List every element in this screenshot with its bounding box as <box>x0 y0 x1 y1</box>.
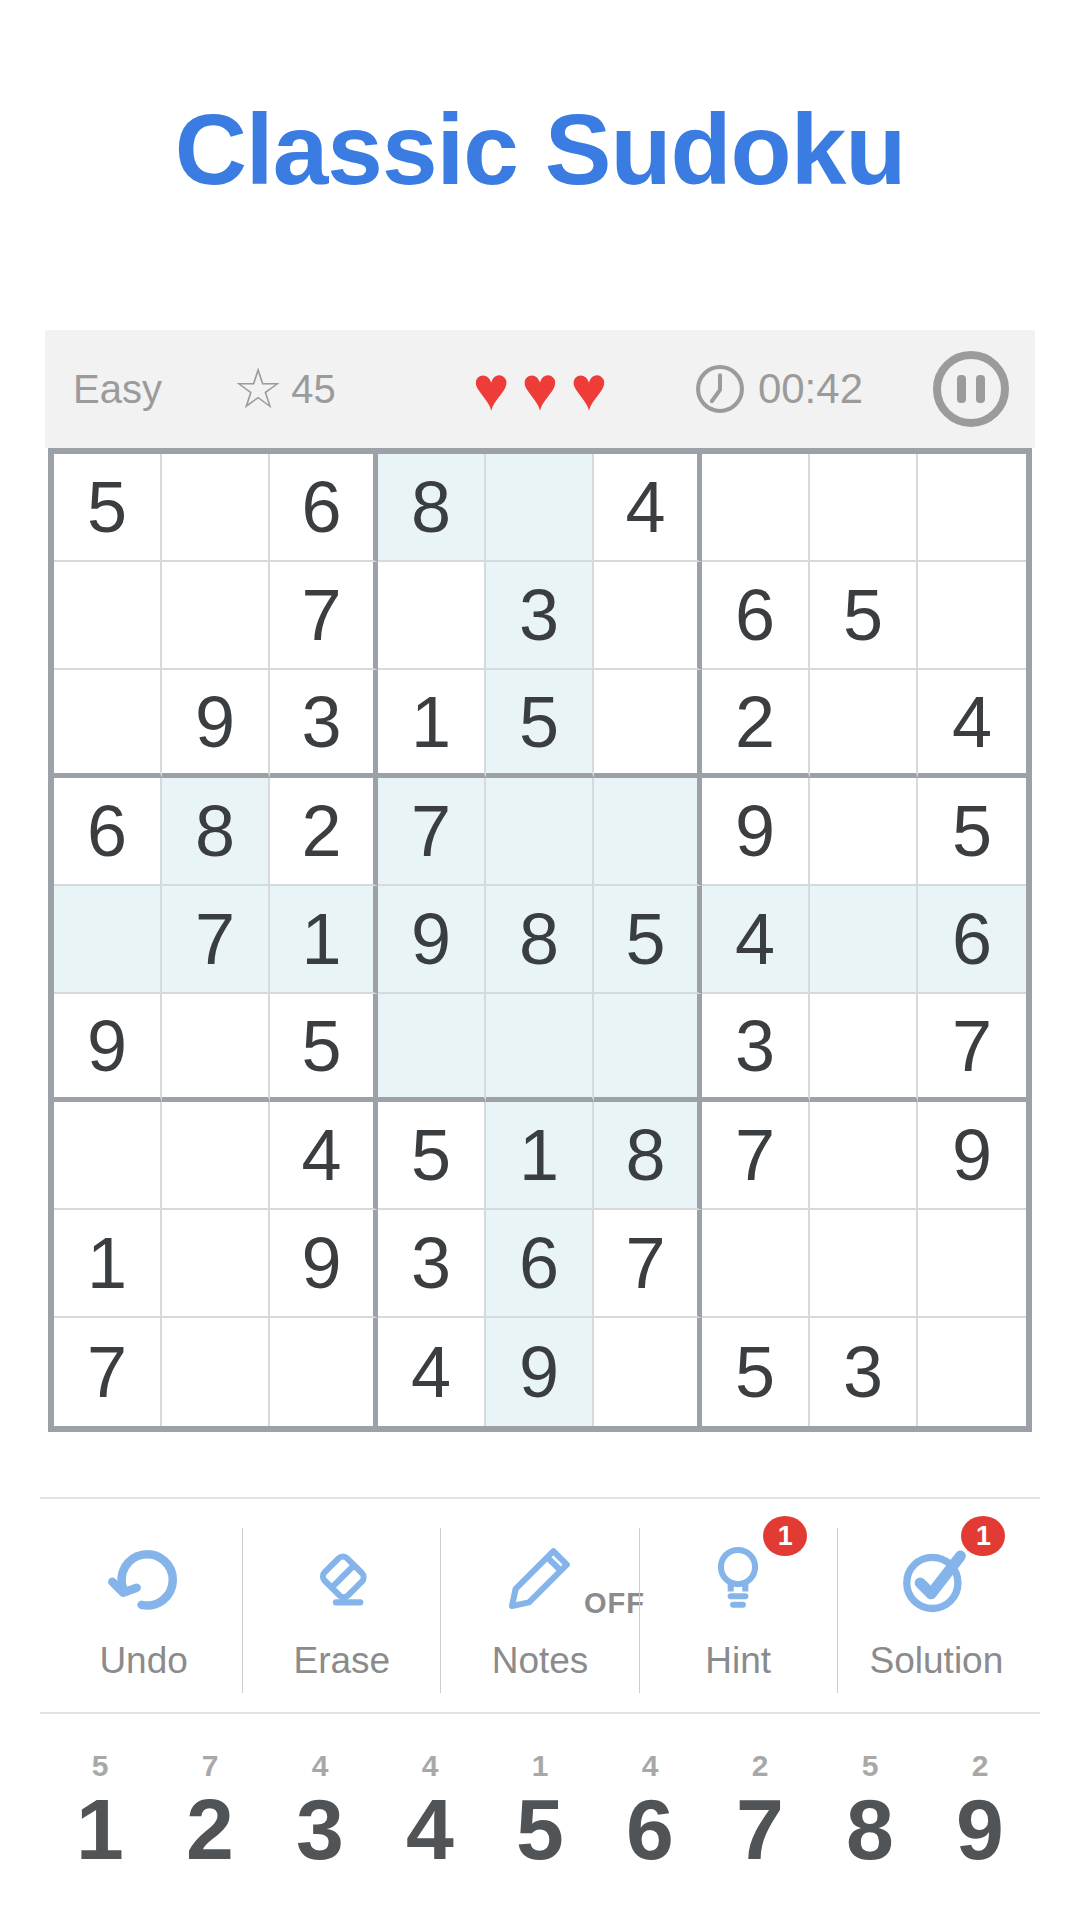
sudoku-cell-r1c6[interactable]: 4 <box>594 454 702 562</box>
sudoku-cell-r6c2[interactable] <box>162 994 270 1102</box>
toolbar-label: Notes <box>492 1640 589 1682</box>
sudoku-cell-r1c3[interactable]: 6 <box>270 454 378 562</box>
sudoku-cell-r1c7[interactable] <box>702 454 810 562</box>
sudoku-cell-r4c1[interactable]: 6 <box>54 778 162 886</box>
sudoku-cell-r9c3[interactable] <box>270 1318 378 1426</box>
sudoku-cell-r4c4[interactable]: 7 <box>378 778 486 886</box>
sudoku-cell-r6c3[interactable]: 5 <box>270 994 378 1102</box>
remaining-count: 1 <box>532 1748 549 1784</box>
sudoku-cell-r2c4[interactable] <box>378 562 486 670</box>
sudoku-cell-r5c8[interactable] <box>810 886 918 994</box>
check-circle-icon <box>897 1539 975 1617</box>
sudoku-cell-r4c9[interactable]: 5 <box>918 778 1026 886</box>
sudoku-cell-r9c8[interactable]: 3 <box>810 1318 918 1426</box>
numpad-key-4[interactable]: 44 <box>375 1748 485 1874</box>
sudoku-cell-r2c7[interactable]: 6 <box>702 562 810 670</box>
sudoku-cell-r6c4[interactable] <box>378 994 486 1102</box>
numpad-digit: 2 <box>186 1784 234 1874</box>
sudoku-cell-r2c8[interactable]: 5 <box>810 562 918 670</box>
sudoku-cell-r8c3[interactable]: 9 <box>270 1210 378 1318</box>
clock-icon <box>694 363 746 415</box>
numpad-key-7[interactable]: 27 <box>705 1748 815 1874</box>
numpad-digit: 7 <box>736 1784 784 1874</box>
numpad-digit: 4 <box>406 1784 454 1874</box>
numpad-key-3[interactable]: 43 <box>265 1748 375 1874</box>
numpad-key-1[interactable]: 51 <box>45 1748 155 1874</box>
undo-button[interactable]: Undo <box>45 1528 242 1693</box>
heart-icon: ♥ <box>473 358 510 420</box>
sudoku-cell-r7c8[interactable] <box>810 1102 918 1210</box>
toolbar: UndoEraseOFFNotes1Hint1Solution <box>45 1528 1035 1693</box>
sudoku-cell-r3c6[interactable] <box>594 670 702 778</box>
numpad-key-6[interactable]: 46 <box>595 1748 705 1874</box>
sudoku-cell-r7c7[interactable]: 7 <box>702 1102 810 1210</box>
sudoku-cell-r8c4[interactable]: 3 <box>378 1210 486 1318</box>
sudoku-cell-r5c6[interactable]: 5 <box>594 886 702 994</box>
sudoku-cell-r2c1[interactable] <box>54 562 162 670</box>
numpad-digit: 9 <box>956 1784 1004 1874</box>
toolbar-label: Solution <box>870 1640 1004 1682</box>
sudoku-cell-r4c3[interactable]: 2 <box>270 778 378 886</box>
toolbar-label: Undo <box>99 1640 187 1682</box>
sudoku-cell-r1c1[interactable]: 5 <box>54 454 162 562</box>
sudoku-cell-r4c2[interactable]: 8 <box>162 778 270 886</box>
numpad-key-2[interactable]: 72 <box>155 1748 265 1874</box>
sudoku-cell-r5c1[interactable] <box>54 886 162 994</box>
sudoku-cell-r7c9[interactable]: 9 <box>918 1102 1026 1210</box>
remaining-count: 2 <box>752 1748 769 1784</box>
heart-icon: ♥ <box>570 358 607 420</box>
sudoku-cell-r5c2[interactable]: 7 <box>162 886 270 994</box>
sudoku-cell-r9c2[interactable] <box>162 1318 270 1426</box>
sudoku-cell-r2c2[interactable] <box>162 562 270 670</box>
difficulty-label: Easy <box>73 330 162 448</box>
score-group: ☆ 45 <box>233 330 336 448</box>
sudoku-cell-r8c2[interactable] <box>162 1210 270 1318</box>
status-bar: Easy ☆ 45 ♥♥♥ 00:42 <box>45 330 1035 448</box>
toolbar-label: Erase <box>293 1640 390 1682</box>
sudoku-cell-r9c7[interactable]: 5 <box>702 1318 810 1426</box>
score-value: 45 <box>291 367 336 412</box>
sudoku-cell-r5c3[interactable]: 1 <box>270 886 378 994</box>
sudoku-cell-r4c5[interactable] <box>486 778 594 886</box>
page-title: Classic Sudoku <box>0 92 1080 207</box>
sudoku-cell-r5c9[interactable]: 6 <box>918 886 1026 994</box>
remaining-count: 4 <box>642 1748 659 1784</box>
divider <box>40 1712 1040 1714</box>
pause-icon <box>976 375 985 403</box>
sudoku-cell-r1c2[interactable] <box>162 454 270 562</box>
pause-button[interactable] <box>933 351 1009 427</box>
sudoku-cell-r2c5[interactable]: 3 <box>486 562 594 670</box>
sudoku-cell-r3c8[interactable] <box>810 670 918 778</box>
sudoku-cell-r7c6[interactable]: 8 <box>594 1102 702 1210</box>
sudoku-cell-r8c8[interactable] <box>810 1210 918 1318</box>
sudoku-cell-r3c3[interactable]: 3 <box>270 670 378 778</box>
pencil-icon <box>501 1539 579 1617</box>
notes-button[interactable]: OFFNotes <box>440 1528 638 1693</box>
sudoku-cell-r7c4[interactable]: 5 <box>378 1102 486 1210</box>
sudoku-cell-r1c9[interactable] <box>918 454 1026 562</box>
remaining-count: 7 <box>202 1748 219 1784</box>
sudoku-cell-r4c8[interactable] <box>810 778 918 886</box>
heart-icon: ♥ <box>522 358 559 420</box>
hint-button[interactable]: 1Hint <box>639 1528 837 1693</box>
sudoku-cell-r6c8[interactable] <box>810 994 918 1102</box>
sudoku-cell-r8c1[interactable]: 1 <box>54 1210 162 1318</box>
sudoku-cell-r5c7[interactable]: 4 <box>702 886 810 994</box>
sudoku-cell-r6c5[interactable] <box>486 994 594 1102</box>
numpad-digit: 3 <box>296 1784 344 1874</box>
sudoku-cell-r2c3[interactable]: 7 <box>270 562 378 670</box>
sudoku-cell-r6c7[interactable]: 3 <box>702 994 810 1102</box>
sudoku-cell-r9c4[interactable]: 4 <box>378 1318 486 1426</box>
sudoku-cell-r3c1[interactable] <box>54 670 162 778</box>
sudoku-cell-r3c9[interactable]: 4 <box>918 670 1026 778</box>
numpad-digit: 5 <box>516 1784 564 1874</box>
timer-group: 00:42 <box>694 330 863 448</box>
sudoku-cell-r6c9[interactable]: 7 <box>918 994 1026 1102</box>
erase-button[interactable]: Erase <box>242 1528 440 1693</box>
sudoku-cell-r3c4[interactable]: 1 <box>378 670 486 778</box>
sudoku-cell-r8c7[interactable] <box>702 1210 810 1318</box>
sudoku-cell-r3c7[interactable]: 2 <box>702 670 810 778</box>
sudoku-cell-r3c5[interactable]: 5 <box>486 670 594 778</box>
sudoku-cell-r1c4[interactable]: 8 <box>378 454 486 562</box>
sudoku-cell-r7c1[interactable] <box>54 1102 162 1210</box>
sudoku-cell-r9c9[interactable] <box>918 1318 1026 1426</box>
numpad-key-8[interactable]: 58 <box>815 1748 925 1874</box>
remaining-count: 4 <box>312 1748 329 1784</box>
eraser-icon <box>303 1539 381 1617</box>
numpad-digit: 6 <box>626 1784 674 1874</box>
lives-hearts: ♥♥♥ <box>473 330 607 448</box>
remaining-count: 5 <box>92 1748 109 1784</box>
numpad-key-5[interactable]: 15 <box>485 1748 595 1874</box>
sudoku-cell-r3c2[interactable]: 9 <box>162 670 270 778</box>
sudoku-app-screen: Classic Sudoku Easy ☆ 45 ♥♥♥ 00:42 56847… <box>0 0 1080 1920</box>
sudoku-cell-r1c5[interactable] <box>486 454 594 562</box>
sudoku-board: 5684736593152468279571985469537451879193… <box>48 448 1032 1432</box>
sudoku-cell-r5c5[interactable]: 8 <box>486 886 594 994</box>
sudoku-cell-r7c3[interactable]: 4 <box>270 1102 378 1210</box>
sudoku-cell-r8c6[interactable]: 7 <box>594 1210 702 1318</box>
numpad-digit: 1 <box>76 1784 124 1874</box>
sudoku-cell-r4c6[interactable] <box>594 778 702 886</box>
sudoku-cell-r4c7[interactable]: 9 <box>702 778 810 886</box>
notes-off-state: OFF <box>584 1587 645 1620</box>
sudoku-cell-r9c5[interactable]: 9 <box>486 1318 594 1426</box>
number-pad: 517243441546275829 <box>45 1748 1035 1874</box>
badge-count: 1 <box>961 1516 1005 1556</box>
badge-count: 1 <box>763 1516 807 1556</box>
sudoku-cell-r1c8[interactable] <box>810 454 918 562</box>
numpad-digit: 8 <box>846 1784 894 1874</box>
pause-icon <box>957 375 966 403</box>
divider <box>40 1497 1040 1499</box>
solution-button[interactable]: 1Solution <box>837 1528 1035 1693</box>
sudoku-cell-r6c6[interactable] <box>594 994 702 1102</box>
undo-arrow-icon <box>105 1539 183 1617</box>
sudoku-cell-r6c1[interactable]: 9 <box>54 994 162 1102</box>
sudoku-cell-r9c6[interactable] <box>594 1318 702 1426</box>
sudoku-cell-r2c9[interactable] <box>918 562 1026 670</box>
remaining-count: 5 <box>862 1748 879 1784</box>
sudoku-cell-r2c6[interactable] <box>594 562 702 670</box>
timer-value: 00:42 <box>758 365 863 413</box>
star-icon: ☆ <box>233 361 283 417</box>
lightbulb-icon <box>699 1539 777 1617</box>
sudoku-cell-r8c9[interactable] <box>918 1210 1026 1318</box>
sudoku-cell-r7c2[interactable] <box>162 1102 270 1210</box>
numpad-key-9[interactable]: 29 <box>925 1748 1035 1874</box>
remaining-count: 4 <box>422 1748 439 1784</box>
sudoku-cell-r9c1[interactable]: 7 <box>54 1318 162 1426</box>
toolbar-label: Hint <box>705 1640 771 1682</box>
sudoku-cell-r7c5[interactable]: 1 <box>486 1102 594 1210</box>
remaining-count: 2 <box>972 1748 989 1784</box>
sudoku-cell-r8c5[interactable]: 6 <box>486 1210 594 1318</box>
sudoku-cell-r5c4[interactable]: 9 <box>378 886 486 994</box>
